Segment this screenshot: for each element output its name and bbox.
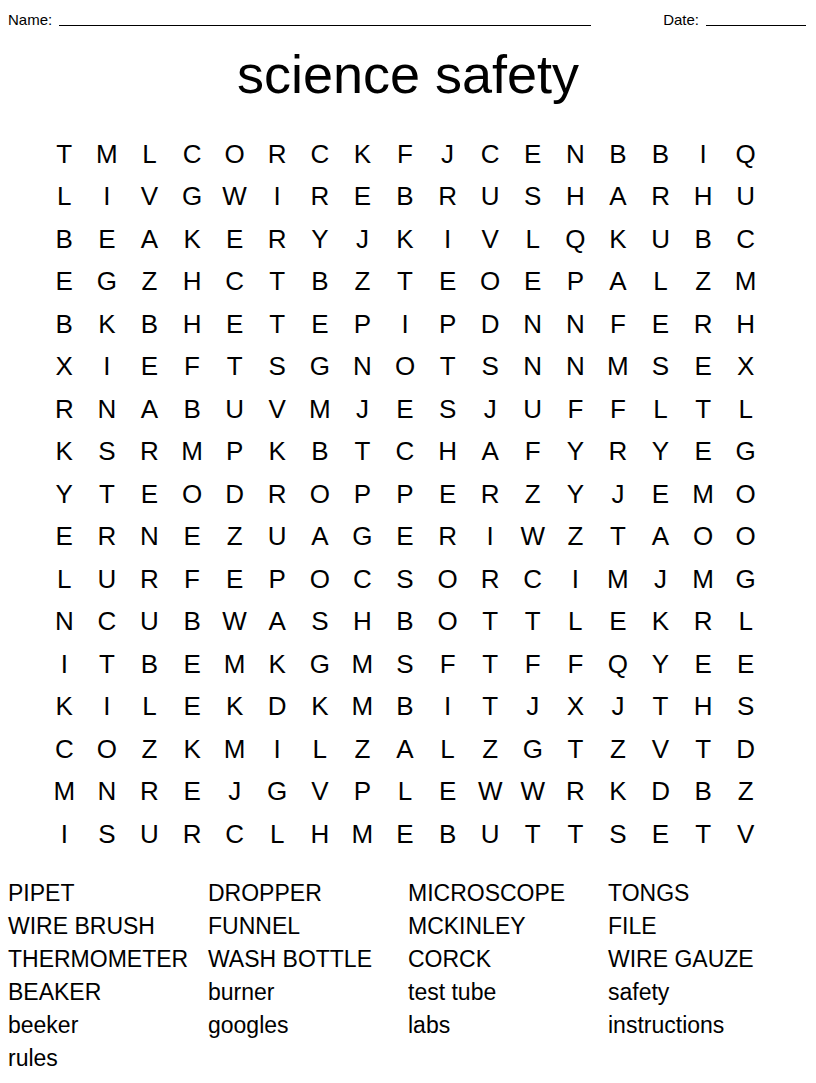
- grid-cell[interactable]: H: [299, 812, 342, 855]
- grid-cell[interactable]: U: [128, 600, 171, 643]
- grid-cell[interactable]: L: [724, 387, 767, 430]
- grid-cell[interactable]: K: [171, 727, 214, 770]
- grid-cell[interactable]: U: [469, 175, 512, 218]
- grid-cell[interactable]: A: [469, 430, 512, 473]
- grid-cell[interactable]: E: [384, 515, 427, 558]
- grid-cell[interactable]: E: [426, 472, 469, 515]
- grid-cell[interactable]: E: [43, 515, 86, 558]
- grid-cell[interactable]: J: [213, 770, 256, 813]
- grid-cell[interactable]: S: [426, 387, 469, 430]
- grid-cell[interactable]: I: [469, 515, 512, 558]
- grid-cell[interactable]: J: [341, 217, 384, 260]
- grid-cell[interactable]: N: [43, 600, 86, 643]
- grid-cell[interactable]: Z: [469, 727, 512, 770]
- grid-cell[interactable]: N: [86, 387, 129, 430]
- grid-cell[interactable]: Z: [724, 770, 767, 813]
- grid-cell[interactable]: W: [511, 515, 554, 558]
- grid-cell[interactable]: O: [426, 600, 469, 643]
- grid-cell[interactable]: F: [511, 642, 554, 685]
- grid-cell[interactable]: K: [384, 217, 427, 260]
- grid-cell[interactable]: B: [171, 600, 214, 643]
- grid-cell[interactable]: P: [341, 472, 384, 515]
- grid-cell[interactable]: S: [86, 812, 129, 855]
- grid-cell[interactable]: C: [341, 557, 384, 600]
- grid-cell[interactable]: B: [682, 770, 725, 813]
- grid-cell[interactable]: A: [128, 387, 171, 430]
- grid-cell[interactable]: G: [341, 515, 384, 558]
- grid-cell[interactable]: I: [256, 175, 299, 218]
- grid-cell[interactable]: R: [597, 430, 640, 473]
- grid-cell[interactable]: D: [469, 302, 512, 345]
- grid-cell[interactable]: P: [426, 302, 469, 345]
- grid-cell[interactable]: Y: [639, 642, 682, 685]
- word-list-column: DROPPERFUNNELWASH BOTTLEburnergoogles: [208, 877, 408, 1075]
- grid-cell[interactable]: M: [341, 812, 384, 855]
- grid-cell[interactable]: B: [43, 217, 86, 260]
- grid-cell[interactable]: Z: [128, 260, 171, 303]
- grid-cell[interactable]: E: [511, 260, 554, 303]
- grid-cell[interactable]: Z: [341, 260, 384, 303]
- grid-cell[interactable]: R: [469, 472, 512, 515]
- grid-cell[interactable]: F: [384, 132, 427, 175]
- grid-cell[interactable]: E: [43, 260, 86, 303]
- grid-cell[interactable]: U: [213, 387, 256, 430]
- grid-cell[interactable]: A: [597, 175, 640, 218]
- grid-cell[interactable]: M: [597, 345, 640, 388]
- grid-cell[interactable]: J: [511, 685, 554, 728]
- grid-cell[interactable]: X: [724, 345, 767, 388]
- grid-cell[interactable]: N: [128, 515, 171, 558]
- grid-cell[interactable]: B: [299, 260, 342, 303]
- grid-cell[interactable]: E: [426, 770, 469, 813]
- grid-cell[interactable]: F: [554, 642, 597, 685]
- grid-cell[interactable]: S: [299, 600, 342, 643]
- grid-cell[interactable]: G: [299, 642, 342, 685]
- grid-cell[interactable]: O: [724, 472, 767, 515]
- grid-cell[interactable]: K: [341, 132, 384, 175]
- grid-cell[interactable]: Z: [682, 260, 725, 303]
- grid-cell[interactable]: B: [384, 600, 427, 643]
- grid-cell[interactable]: K: [299, 685, 342, 728]
- grid-cell[interactable]: B: [597, 132, 640, 175]
- grid-cell[interactable]: A: [597, 260, 640, 303]
- grid-cell[interactable]: I: [426, 217, 469, 260]
- grid-cell[interactable]: Y: [43, 472, 86, 515]
- grid-cell[interactable]: Z: [554, 515, 597, 558]
- grid-cell[interactable]: H: [724, 302, 767, 345]
- grid-cell[interactable]: P: [341, 770, 384, 813]
- grid-cell[interactable]: E: [597, 600, 640, 643]
- grid-cell[interactable]: W: [511, 770, 554, 813]
- grid-cell[interactable]: U: [639, 217, 682, 260]
- grid-cell[interactable]: O: [384, 345, 427, 388]
- grid-cell[interactable]: R: [682, 302, 725, 345]
- grid-cell[interactable]: E: [639, 812, 682, 855]
- grid-cell[interactable]: L: [639, 387, 682, 430]
- grid-cell[interactable]: E: [682, 430, 725, 473]
- grid-cell[interactable]: B: [426, 812, 469, 855]
- grid-cell[interactable]: S: [597, 812, 640, 855]
- grid-cell[interactable]: T: [426, 345, 469, 388]
- grid-cell[interactable]: T: [682, 387, 725, 430]
- grid-cell[interactable]: L: [43, 557, 86, 600]
- grid-cell[interactable]: C: [469, 132, 512, 175]
- grid-cell[interactable]: B: [384, 175, 427, 218]
- grid-cell[interactable]: M: [682, 472, 725, 515]
- grid-cell[interactable]: R: [86, 515, 129, 558]
- grid-cell[interactable]: U: [86, 557, 129, 600]
- grid-cell[interactable]: T: [554, 727, 597, 770]
- grid-cell[interactable]: J: [426, 132, 469, 175]
- grid-cell[interactable]: G: [511, 727, 554, 770]
- grid-cell[interactable]: Q: [554, 217, 597, 260]
- grid-cell[interactable]: H: [682, 685, 725, 728]
- grid-cell[interactable]: I: [682, 132, 725, 175]
- grid-cell[interactable]: R: [256, 217, 299, 260]
- date-blank-line: [706, 25, 806, 26]
- word-list-item: PIPET: [8, 877, 208, 910]
- grid-cell[interactable]: M: [341, 642, 384, 685]
- grid-cell[interactable]: A: [384, 727, 427, 770]
- grid-cell[interactable]: O: [171, 472, 214, 515]
- grid-cell[interactable]: J: [597, 685, 640, 728]
- grid-cell[interactable]: F: [426, 642, 469, 685]
- grid-cell[interactable]: X: [43, 345, 86, 388]
- grid-cell[interactable]: F: [554, 387, 597, 430]
- grid-cell[interactable]: H: [682, 175, 725, 218]
- word-list-item: TONGS: [608, 877, 808, 910]
- grid-cell[interactable]: E: [639, 302, 682, 345]
- grid-cell[interactable]: I: [426, 685, 469, 728]
- grid-cell[interactable]: V: [299, 770, 342, 813]
- grid-cell[interactable]: Z: [128, 727, 171, 770]
- grid-cell[interactable]: U: [511, 387, 554, 430]
- grid-cell[interactable]: E: [426, 260, 469, 303]
- grid-cell[interactable]: U: [256, 515, 299, 558]
- grid-cell[interactable]: L: [128, 132, 171, 175]
- grid-cell[interactable]: R: [426, 515, 469, 558]
- grid-cell[interactable]: W: [213, 175, 256, 218]
- grid-cell[interactable]: G: [171, 175, 214, 218]
- grid-cell[interactable]: S: [86, 430, 129, 473]
- grid-cell[interactable]: T: [639, 685, 682, 728]
- grid-cell[interactable]: H: [171, 260, 214, 303]
- grid-cell[interactable]: P: [256, 557, 299, 600]
- grid-cell[interactable]: D: [724, 727, 767, 770]
- grid-cell[interactable]: E: [213, 557, 256, 600]
- grid-cell[interactable]: K: [597, 770, 640, 813]
- grid-cell[interactable]: K: [86, 302, 129, 345]
- grid-cell[interactable]: G: [256, 770, 299, 813]
- grid-cell[interactable]: T: [384, 260, 427, 303]
- grid-cell[interactable]: T: [469, 600, 512, 643]
- grid-cell[interactable]: E: [299, 302, 342, 345]
- grid-cell[interactable]: N: [554, 132, 597, 175]
- word-list-item: burner: [208, 976, 408, 1009]
- grid-cell[interactable]: B: [639, 132, 682, 175]
- grid-cell[interactable]: V: [128, 175, 171, 218]
- grid-cell[interactable]: P: [554, 260, 597, 303]
- grid-cell[interactable]: Y: [299, 217, 342, 260]
- grid-cell[interactable]: H: [341, 600, 384, 643]
- grid-cell[interactable]: K: [43, 430, 86, 473]
- word-list-item: FILE: [608, 910, 808, 943]
- grid-cell[interactable]: D: [213, 472, 256, 515]
- grid-cell[interactable]: R: [256, 132, 299, 175]
- grid-cell[interactable]: H: [554, 175, 597, 218]
- grid-cell[interactable]: R: [256, 472, 299, 515]
- grid-cell[interactable]: C: [384, 430, 427, 473]
- grid-cell[interactable]: S: [511, 175, 554, 218]
- grid-cell[interactable]: D: [639, 770, 682, 813]
- grid-cell[interactable]: S: [469, 345, 512, 388]
- grid-cell[interactable]: N: [554, 302, 597, 345]
- grid-cell[interactable]: B: [171, 387, 214, 430]
- grid-cell[interactable]: O: [469, 260, 512, 303]
- grid-cell[interactable]: L: [299, 727, 342, 770]
- word-list-item: CORCK: [408, 943, 608, 976]
- grid-cell[interactable]: G: [86, 260, 129, 303]
- grid-cell[interactable]: T: [213, 345, 256, 388]
- grid-cell[interactable]: N: [511, 302, 554, 345]
- grid-cell[interactable]: B: [384, 685, 427, 728]
- grid-cell[interactable]: S: [384, 642, 427, 685]
- grid-cell[interactable]: R: [682, 600, 725, 643]
- grid-cell[interactable]: Q: [724, 132, 767, 175]
- grid-cell[interactable]: I: [384, 302, 427, 345]
- grid-cell[interactable]: Y: [554, 472, 597, 515]
- grid-cell[interactable]: E: [171, 685, 214, 728]
- grid-cell[interactable]: O: [682, 515, 725, 558]
- grid-cell[interactable]: R: [469, 557, 512, 600]
- grid-cell[interactable]: S: [724, 685, 767, 728]
- grid-cell[interactable]: T: [554, 812, 597, 855]
- grid-cell[interactable]: C: [724, 217, 767, 260]
- grid-cell[interactable]: K: [171, 217, 214, 260]
- grid-cell[interactable]: L: [384, 770, 427, 813]
- grid-cell[interactable]: R: [639, 175, 682, 218]
- word-list-column: MICROSCOPEMCKINLEYCORCKtest tubelabs: [408, 877, 608, 1075]
- grid-cell[interactable]: H: [171, 302, 214, 345]
- grid-cell[interactable]: F: [597, 302, 640, 345]
- grid-cell[interactable]: O: [213, 132, 256, 175]
- grid-cell[interactable]: M: [724, 260, 767, 303]
- grid-cell[interactable]: E: [341, 175, 384, 218]
- grid-cell[interactable]: J: [597, 472, 640, 515]
- grid-cell[interactable]: R: [43, 387, 86, 430]
- grid-cell[interactable]: S: [256, 345, 299, 388]
- grid-cell[interactable]: E: [213, 302, 256, 345]
- grid-cell[interactable]: B: [299, 430, 342, 473]
- grid-cell[interactable]: T: [511, 812, 554, 855]
- grid-cell[interactable]: V: [469, 217, 512, 260]
- grid-cell[interactable]: C: [43, 727, 86, 770]
- grid-cell[interactable]: A: [256, 600, 299, 643]
- grid-cell[interactable]: J: [639, 557, 682, 600]
- grid-cell[interactable]: F: [511, 430, 554, 473]
- grid-cell[interactable]: E: [384, 387, 427, 430]
- grid-cell[interactable]: W: [213, 600, 256, 643]
- grid-cell[interactable]: G: [724, 557, 767, 600]
- grid-cell[interactable]: T: [86, 642, 129, 685]
- grid-cell[interactable]: U: [724, 175, 767, 218]
- grid-cell[interactable]: E: [511, 132, 554, 175]
- grid-cell[interactable]: M: [213, 727, 256, 770]
- grid-cell[interactable]: A: [128, 217, 171, 260]
- date-label: Date:: [663, 11, 699, 28]
- grid-cell[interactable]: T: [341, 430, 384, 473]
- grid-cell[interactable]: V: [256, 387, 299, 430]
- grid-cell[interactable]: I: [86, 175, 129, 218]
- grid-cell[interactable]: R: [426, 175, 469, 218]
- grid-cell[interactable]: K: [597, 217, 640, 260]
- grid-cell[interactable]: U: [469, 812, 512, 855]
- grid-cell[interactable]: C: [299, 132, 342, 175]
- grid-cell[interactable]: R: [128, 557, 171, 600]
- grid-cell[interactable]: O: [299, 557, 342, 600]
- grid-cell[interactable]: C: [213, 812, 256, 855]
- grid-cell[interactable]: C: [213, 260, 256, 303]
- worksheet-page: Name: Date: science safety TMLCORCKFJCEN…: [0, 0, 816, 1083]
- grid-cell[interactable]: M: [43, 770, 86, 813]
- grid-cell[interactable]: L: [554, 600, 597, 643]
- grid-cell[interactable]: G: [299, 345, 342, 388]
- grid-cell[interactable]: T: [86, 472, 129, 515]
- grid-cell[interactable]: K: [639, 600, 682, 643]
- grid-cell[interactable]: Z: [597, 727, 640, 770]
- grid-cell[interactable]: T: [256, 302, 299, 345]
- grid-cell[interactable]: S: [384, 557, 427, 600]
- grid-cell[interactable]: D: [256, 685, 299, 728]
- grid-cell[interactable]: G: [724, 430, 767, 473]
- grid-cell[interactable]: B: [682, 217, 725, 260]
- grid-cell[interactable]: B: [128, 642, 171, 685]
- grid-cell[interactable]: K: [213, 685, 256, 728]
- grid-cell[interactable]: T: [682, 812, 725, 855]
- grid-cell[interactable]: Z: [213, 515, 256, 558]
- grid-cell[interactable]: E: [213, 217, 256, 260]
- grid-cell[interactable]: A: [299, 515, 342, 558]
- grid-cell[interactable]: F: [171, 345, 214, 388]
- grid-cell[interactable]: T: [469, 685, 512, 728]
- grid-cell[interactable]: N: [86, 770, 129, 813]
- grid-cell[interactable]: T: [597, 515, 640, 558]
- grid-cell[interactable]: E: [724, 642, 767, 685]
- grid-cell[interactable]: M: [597, 557, 640, 600]
- grid-cell[interactable]: J: [469, 387, 512, 430]
- grid-cell[interactable]: T: [469, 642, 512, 685]
- grid-cell[interactable]: H: [426, 430, 469, 473]
- grid-cell[interactable]: V: [639, 727, 682, 770]
- grid-cell[interactable]: T: [511, 600, 554, 643]
- grid-cell[interactable]: M: [341, 685, 384, 728]
- grid-cell[interactable]: E: [171, 515, 214, 558]
- word-list-item: WASH BOTTLE: [208, 943, 408, 976]
- grid-cell[interactable]: B: [43, 302, 86, 345]
- grid-cell[interactable]: C: [171, 132, 214, 175]
- grid-cell[interactable]: I: [554, 557, 597, 600]
- grid-cell[interactable]: K: [256, 430, 299, 473]
- grid-cell[interactable]: E: [384, 812, 427, 855]
- grid-cell[interactable]: C: [86, 600, 129, 643]
- grid-cell[interactable]: M: [86, 132, 129, 175]
- grid-cell[interactable]: V: [724, 812, 767, 855]
- grid-cell[interactable]: R: [128, 770, 171, 813]
- grid-cell[interactable]: M: [213, 642, 256, 685]
- grid-cell[interactable]: K: [43, 685, 86, 728]
- grid-cell[interactable]: X: [554, 685, 597, 728]
- grid-cell[interactable]: I: [256, 727, 299, 770]
- grid-cell[interactable]: L: [511, 217, 554, 260]
- grid-cell[interactable]: E: [86, 217, 129, 260]
- grid-cell[interactable]: L: [128, 685, 171, 728]
- grid-cell[interactable]: R: [171, 812, 214, 855]
- grid-cell[interactable]: O: [299, 472, 342, 515]
- grid-cell[interactable]: I: [43, 812, 86, 855]
- grid-cell[interactable]: O: [724, 515, 767, 558]
- grid-cell[interactable]: M: [299, 387, 342, 430]
- grid-cell[interactable]: Z: [341, 727, 384, 770]
- grid-cell[interactable]: B: [128, 302, 171, 345]
- grid-cell[interactable]: N: [554, 345, 597, 388]
- grid-cell[interactable]: E: [171, 770, 214, 813]
- grid-cell[interactable]: K: [256, 642, 299, 685]
- grid-cell[interactable]: U: [128, 812, 171, 855]
- grid-cell[interactable]: L: [43, 175, 86, 218]
- grid-cell[interactable]: A: [639, 515, 682, 558]
- grid-cell[interactable]: C: [511, 557, 554, 600]
- grid-cell[interactable]: F: [597, 387, 640, 430]
- grid-cell[interactable]: P: [213, 430, 256, 473]
- grid-cell[interactable]: L: [639, 260, 682, 303]
- grid-cell[interactable]: S: [639, 345, 682, 388]
- grid-cell[interactable]: M: [682, 557, 725, 600]
- grid-cell[interactable]: L: [426, 727, 469, 770]
- grid-cell[interactable]: W: [469, 770, 512, 813]
- grid-cell[interactable]: E: [171, 642, 214, 685]
- grid-cell[interactable]: E: [682, 642, 725, 685]
- grid-cell[interactable]: T: [256, 260, 299, 303]
- grid-cell[interactable]: I: [86, 685, 129, 728]
- grid-cell[interactable]: E: [128, 472, 171, 515]
- grid-cell[interactable]: I: [43, 642, 86, 685]
- grid-cell[interactable]: F: [171, 557, 214, 600]
- grid-cell[interactable]: R: [299, 175, 342, 218]
- grid-cell[interactable]: E: [682, 345, 725, 388]
- grid-cell[interactable]: N: [511, 345, 554, 388]
- grid-cell[interactable]: Z: [511, 472, 554, 515]
- grid-cell[interactable]: L: [724, 600, 767, 643]
- grid-cell[interactable]: T: [43, 132, 86, 175]
- grid-cell[interactable]: N: [341, 345, 384, 388]
- grid-cell[interactable]: Q: [597, 642, 640, 685]
- grid-cell[interactable]: P: [384, 472, 427, 515]
- grid-cell[interactable]: O: [426, 557, 469, 600]
- grid-cell[interactable]: Y: [554, 430, 597, 473]
- grid-cell[interactable]: E: [128, 345, 171, 388]
- grid-cell[interactable]: P: [341, 302, 384, 345]
- grid-cell[interactable]: T: [682, 727, 725, 770]
- grid-cell[interactable]: O: [86, 727, 129, 770]
- grid-cell[interactable]: I: [86, 345, 129, 388]
- grid-cell[interactable]: E: [639, 472, 682, 515]
- grid-cell[interactable]: J: [341, 387, 384, 430]
- grid-cell[interactable]: R: [128, 430, 171, 473]
- grid-cell[interactable]: Y: [639, 430, 682, 473]
- grid-cell[interactable]: R: [554, 770, 597, 813]
- grid-cell[interactable]: M: [171, 430, 214, 473]
- grid-cell[interactable]: L: [256, 812, 299, 855]
